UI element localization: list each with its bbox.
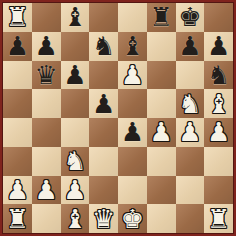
square-d5[interactable]: ♟ [89,89,118,118]
square-g4[interactable]: ♟ [176,118,205,147]
black-queen: ♛ [34,61,57,89]
black-pawn: ♟ [92,90,115,118]
white-knight: ♞ [178,90,201,118]
square-h6[interactable]: ♞ [204,61,233,90]
square-f4[interactable]: ♟ [147,118,176,147]
square-a5[interactable] [3,89,32,118]
square-h5[interactable]: ♝ [204,89,233,118]
black-bishop: ♝ [63,3,86,31]
square-c2[interactable]: ♟ [61,176,90,205]
square-e8[interactable] [118,3,147,32]
square-c6[interactable]: ♟ [61,61,90,90]
square-b3[interactable] [32,147,61,176]
white-pawn: ♟ [207,118,230,146]
white-pawn: ♟ [178,118,201,146]
square-c8[interactable]: ♝ [61,3,90,32]
black-pawn: ♟ [207,32,230,60]
square-a3[interactable] [3,147,32,176]
square-h3[interactable] [204,147,233,176]
square-f1[interactable] [147,204,176,233]
square-g6[interactable] [176,61,205,90]
square-f8[interactable]: ♜ [147,3,176,32]
black-bishop: ♝ [121,32,144,60]
square-b8[interactable] [32,3,61,32]
square-b5[interactable] [32,89,61,118]
square-b6[interactable]: ♛ [32,61,61,90]
square-a6[interactable] [3,61,32,90]
square-e3[interactable] [118,147,147,176]
square-f2[interactable] [147,176,176,205]
square-h2[interactable] [204,176,233,205]
black-pawn: ♟ [63,61,86,89]
white-knight: ♞ [63,147,86,175]
square-a7[interactable]: ♟ [3,32,32,61]
white-rook: ♜ [6,205,29,233]
black-rook: ♜ [149,3,172,31]
white-pawn: ♟ [121,61,144,89]
square-a2[interactable]: ♟ [3,176,32,205]
board-frame: ♜♝♜♚♟♟♞♝♟♟♛♟♟♞♟♞♝♟♟♟♟♞♟♟♟♜♝♛♚♜ [0,0,236,236]
white-rook: ♜ [207,205,230,233]
square-f7[interactable] [147,32,176,61]
square-g1[interactable] [176,204,205,233]
square-b7[interactable]: ♟ [32,32,61,61]
black-pawn: ♟ [6,32,29,60]
square-g7[interactable]: ♟ [176,32,205,61]
square-b4[interactable] [32,118,61,147]
square-h1[interactable]: ♜ [204,204,233,233]
square-d4[interactable] [89,118,118,147]
square-d2[interactable] [89,176,118,205]
square-c3[interactable]: ♞ [61,147,90,176]
square-g3[interactable] [176,147,205,176]
square-c4[interactable] [61,118,90,147]
square-c5[interactable] [61,89,90,118]
black-pawn: ♟ [34,32,57,60]
square-h7[interactable]: ♟ [204,32,233,61]
square-g8[interactable]: ♚ [176,3,205,32]
square-b1[interactable] [32,204,61,233]
square-e5[interactable] [118,89,147,118]
square-c1[interactable]: ♝ [61,204,90,233]
white-pawn: ♟ [6,176,29,204]
square-e6[interactable]: ♟ [118,61,147,90]
white-bishop: ♝ [63,205,86,233]
square-e4[interactable]: ♟ [118,118,147,147]
square-e1[interactable]: ♚ [118,204,147,233]
square-e2[interactable] [118,176,147,205]
square-h4[interactable]: ♟ [204,118,233,147]
white-pawn: ♟ [34,176,57,204]
black-king: ♚ [178,3,201,31]
square-g2[interactable] [176,176,205,205]
square-f6[interactable] [147,61,176,90]
square-c7[interactable] [61,32,90,61]
square-d3[interactable] [89,147,118,176]
black-knight: ♞ [92,32,115,60]
white-rook: ♜ [6,3,29,31]
black-pawn: ♟ [121,118,144,146]
white-king: ♚ [121,205,144,233]
white-pawn: ♟ [63,176,86,204]
square-f3[interactable] [147,147,176,176]
square-g5[interactable]: ♞ [176,89,205,118]
black-pawn: ♟ [178,32,201,60]
square-d7[interactable]: ♞ [89,32,118,61]
white-queen: ♛ [92,205,115,233]
black-knight: ♞ [207,61,230,89]
chess-board: ♜♝♜♚♟♟♞♝♟♟♛♟♟♞♟♞♝♟♟♟♟♞♟♟♟♜♝♛♚♜ [3,3,233,233]
square-a4[interactable] [3,118,32,147]
square-d1[interactable]: ♛ [89,204,118,233]
square-d8[interactable] [89,3,118,32]
square-b2[interactable]: ♟ [32,176,61,205]
square-f5[interactable] [147,89,176,118]
square-d6[interactable] [89,61,118,90]
square-a8[interactable]: ♜ [3,3,32,32]
white-bishop: ♝ [207,90,230,118]
square-h8[interactable] [204,3,233,32]
square-a1[interactable]: ♜ [3,204,32,233]
square-e7[interactable]: ♝ [118,32,147,61]
white-pawn: ♟ [149,118,172,146]
